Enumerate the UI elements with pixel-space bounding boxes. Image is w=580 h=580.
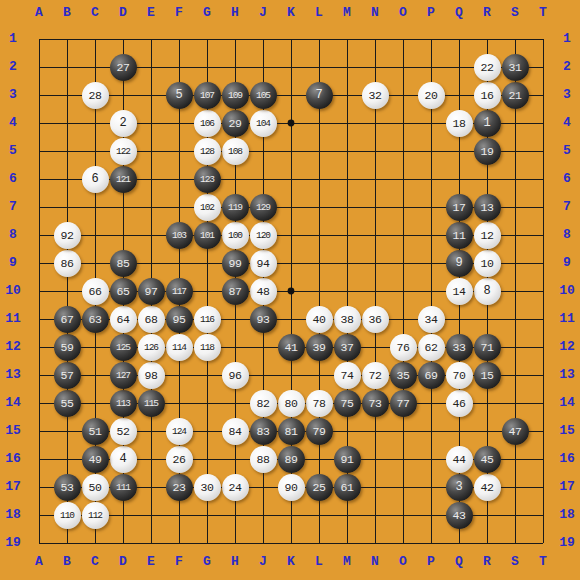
row-label-left-16: 16 <box>0 451 27 467</box>
stone-black-125-D12: 125 <box>110 334 137 361</box>
stone-black-119-H7: 119 <box>222 194 249 221</box>
stone-white-18-Q4: 18 <box>446 110 473 137</box>
stone-black-43-Q18: 43 <box>446 502 473 529</box>
stone-white-72-N13: 72 <box>362 362 389 389</box>
row-label-right-9: 9 <box>553 255 580 271</box>
stone-white-12-R8: 12 <box>474 222 501 249</box>
stone-black-13-R7: 13 <box>474 194 501 221</box>
stone-white-126-E12: 126 <box>138 334 165 361</box>
stone-black-67-B11: 67 <box>54 306 81 333</box>
stone-white-124-F15: 124 <box>166 418 193 445</box>
row-label-left-12: 12 <box>0 339 27 355</box>
row-label-left-8: 8 <box>0 227 27 243</box>
stone-black-51-C15: 51 <box>82 418 109 445</box>
stone-black-99-H9: 99 <box>222 250 249 277</box>
row-label-right-14: 14 <box>553 395 580 411</box>
row-label-right-10: 10 <box>553 283 580 299</box>
row-label-left-5: 5 <box>0 143 27 159</box>
stone-white-2-D4: 2 <box>110 110 137 137</box>
stone-black-23-F17: 23 <box>166 474 193 501</box>
row-label-left-6: 6 <box>0 171 27 187</box>
col-label-top-E: E <box>137 5 165 21</box>
row-label-right-7: 7 <box>553 199 580 215</box>
stone-black-129-J7: 129 <box>250 194 277 221</box>
stone-black-117-F10: 117 <box>166 278 193 305</box>
col-label-top-A: A <box>25 5 53 21</box>
stone-white-102-G7: 102 <box>194 194 221 221</box>
stone-black-1-R4: 1 <box>474 110 501 137</box>
stone-black-21-S3: 21 <box>502 82 529 109</box>
stone-black-57-B13: 57 <box>54 362 81 389</box>
stone-black-107-G3: 107 <box>194 82 221 109</box>
stone-black-95-F11: 95 <box>166 306 193 333</box>
row-label-right-15: 15 <box>553 423 580 439</box>
stone-white-24-H17: 24 <box>222 474 249 501</box>
row-label-right-1: 1 <box>553 31 580 47</box>
stone-black-63-C11: 63 <box>82 306 109 333</box>
row-label-left-2: 2 <box>0 59 27 75</box>
stone-white-42-R17: 42 <box>474 474 501 501</box>
stone-white-90-K17: 90 <box>278 474 305 501</box>
row-label-left-19: 19 <box>0 535 27 551</box>
stone-black-53-B17: 53 <box>54 474 81 501</box>
col-label-top-L: L <box>305 5 333 21</box>
row-label-right-12: 12 <box>553 339 580 355</box>
stone-white-94-J9: 94 <box>250 250 277 277</box>
col-label-top-K: K <box>277 5 305 21</box>
stone-white-4-D16: 4 <box>110 446 137 473</box>
stone-black-55-B14: 55 <box>54 390 81 417</box>
col-label-top-O: O <box>389 5 417 21</box>
stone-white-88-J16: 88 <box>250 446 277 473</box>
row-label-left-1: 1 <box>0 31 27 47</box>
stone-white-32-N3: 32 <box>362 82 389 109</box>
stone-white-48-J10: 48 <box>250 278 277 305</box>
stone-black-93-J11: 93 <box>250 306 277 333</box>
stone-black-123-G6: 123 <box>194 166 221 193</box>
stone-white-30-G17: 30 <box>194 474 221 501</box>
go-board: ABCDEFGHJKLMNOPQRST ABCDEFGHJKLMNOPQRST … <box>0 0 580 580</box>
col-label-top-G: G <box>193 5 221 21</box>
col-label-top-P: P <box>417 5 445 21</box>
stone-black-15-R13: 15 <box>474 362 501 389</box>
stone-black-65-D10: 65 <box>110 278 137 305</box>
row-label-right-8: 8 <box>553 227 580 243</box>
stone-black-69-P13: 69 <box>418 362 445 389</box>
stone-white-14-Q10: 14 <box>446 278 473 305</box>
stone-white-104-J4: 104 <box>250 110 277 137</box>
stone-white-50-C17: 50 <box>82 474 109 501</box>
stone-black-35-O13: 35 <box>390 362 417 389</box>
stone-black-77-O14: 77 <box>390 390 417 417</box>
stone-black-113-D14: 113 <box>110 390 137 417</box>
stone-white-8-R10: 8 <box>474 278 501 305</box>
col-label-top-R: R <box>473 5 501 21</box>
stone-black-103-F8: 103 <box>166 222 193 249</box>
col-label-top-J: J <box>249 5 277 21</box>
row-label-right-17: 17 <box>553 479 580 495</box>
stone-white-28-C3: 28 <box>82 82 109 109</box>
row-label-left-3: 3 <box>0 87 27 103</box>
stone-black-79-L15: 79 <box>306 418 333 445</box>
col-label-top-T: T <box>529 5 557 21</box>
stone-white-68-E11: 68 <box>138 306 165 333</box>
stone-white-82-J14: 82 <box>250 390 277 417</box>
stone-white-80-K14: 80 <box>278 390 305 417</box>
stone-white-34-P11: 34 <box>418 306 445 333</box>
stone-black-47-S15: 47 <box>502 418 529 445</box>
row-label-left-10: 10 <box>0 283 27 299</box>
col-label-top-N: N <box>361 5 389 21</box>
stone-white-70-Q13: 70 <box>446 362 473 389</box>
stone-white-46-Q14: 46 <box>446 390 473 417</box>
stone-white-52-D15: 52 <box>110 418 137 445</box>
stone-black-109-H3: 109 <box>222 82 249 109</box>
stone-white-128-G5: 128 <box>194 138 221 165</box>
stone-white-86-B9: 86 <box>54 250 81 277</box>
row-label-right-11: 11 <box>553 311 580 327</box>
row-label-left-18: 18 <box>0 507 27 523</box>
row-label-right-6: 6 <box>553 171 580 187</box>
stone-black-105-J3: 105 <box>250 82 277 109</box>
stone-white-110-B18: 110 <box>54 502 81 529</box>
stone-white-64-D11: 64 <box>110 306 137 333</box>
stone-black-81-K15: 81 <box>278 418 305 445</box>
stone-white-108-H5: 108 <box>222 138 249 165</box>
stone-black-73-N14: 73 <box>362 390 389 417</box>
stone-black-17-Q7: 17 <box>446 194 473 221</box>
stone-white-120-J8: 120 <box>250 222 277 249</box>
stone-black-31-S2: 31 <box>502 54 529 81</box>
row-label-left-7: 7 <box>0 199 27 215</box>
row-label-right-3: 3 <box>553 87 580 103</box>
row-label-right-19: 19 <box>553 535 580 551</box>
stone-white-84-H15: 84 <box>222 418 249 445</box>
stones-layer: 1234567891011121314151617181920212223242… <box>25 25 557 557</box>
col-label-top-C: C <box>81 5 109 21</box>
stone-white-26-F16: 26 <box>166 446 193 473</box>
stone-white-40-L11: 40 <box>306 306 333 333</box>
stone-white-36-N11: 36 <box>362 306 389 333</box>
row-label-right-18: 18 <box>553 507 580 523</box>
col-label-top-Q: Q <box>445 5 473 21</box>
stone-white-62-P12: 62 <box>418 334 445 361</box>
stone-black-121-D6: 121 <box>110 166 137 193</box>
stone-white-66-C10: 66 <box>82 278 109 305</box>
stone-black-61-M17: 61 <box>334 474 361 501</box>
stone-white-78-L14: 78 <box>306 390 333 417</box>
stone-black-75-M14: 75 <box>334 390 361 417</box>
stone-white-114-F12: 114 <box>166 334 193 361</box>
row-label-right-4: 4 <box>553 115 580 131</box>
stone-black-49-C16: 49 <box>82 446 109 473</box>
stone-black-19-R5: 19 <box>474 138 501 165</box>
row-label-left-17: 17 <box>0 479 27 495</box>
col-label-top-D: D <box>109 5 137 21</box>
stone-white-118-G12: 118 <box>194 334 221 361</box>
stone-black-71-R12: 71 <box>474 334 501 361</box>
stone-black-101-G8: 101 <box>194 222 221 249</box>
stone-black-7-L3: 7 <box>306 82 333 109</box>
stone-black-25-L17: 25 <box>306 474 333 501</box>
stone-white-106-G4: 106 <box>194 110 221 137</box>
stone-black-91-M16: 91 <box>334 446 361 473</box>
stone-black-115-E14: 115 <box>138 390 165 417</box>
stone-white-38-M11: 38 <box>334 306 361 333</box>
row-label-right-13: 13 <box>553 367 580 383</box>
stone-white-22-R2: 22 <box>474 54 501 81</box>
row-label-left-15: 15 <box>0 423 27 439</box>
stone-black-85-D9: 85 <box>110 250 137 277</box>
stone-white-20-P3: 20 <box>418 82 445 109</box>
row-label-left-4: 4 <box>0 115 27 131</box>
row-label-left-9: 9 <box>0 255 27 271</box>
stone-black-9-Q9: 9 <box>446 250 473 277</box>
stone-white-76-O12: 76 <box>390 334 417 361</box>
row-label-right-5: 5 <box>553 143 580 159</box>
stone-white-6-C6: 6 <box>82 166 109 193</box>
stone-black-33-Q12: 33 <box>446 334 473 361</box>
row-label-left-11: 11 <box>0 311 27 327</box>
stone-white-16-R3: 16 <box>474 82 501 109</box>
stone-white-10-R9: 10 <box>474 250 501 277</box>
row-label-left-13: 13 <box>0 367 27 383</box>
stone-white-98-E13: 98 <box>138 362 165 389</box>
stone-black-45-R16: 45 <box>474 446 501 473</box>
stone-white-112-C18: 112 <box>82 502 109 529</box>
stone-white-100-H8: 100 <box>222 222 249 249</box>
stone-black-87-H10: 87 <box>222 278 249 305</box>
stone-white-96-H13: 96 <box>222 362 249 389</box>
row-label-right-16: 16 <box>553 451 580 467</box>
stone-black-111-D17: 111 <box>110 474 137 501</box>
stone-white-44-Q16: 44 <box>446 446 473 473</box>
stone-black-11-Q8: 11 <box>446 222 473 249</box>
stone-black-37-M12: 37 <box>334 334 361 361</box>
stone-black-3-Q17: 3 <box>446 474 473 501</box>
stone-black-127-D13: 127 <box>110 362 137 389</box>
col-label-top-F: F <box>165 5 193 21</box>
stone-black-41-K12: 41 <box>278 334 305 361</box>
stone-black-39-L12: 39 <box>306 334 333 361</box>
col-label-top-M: M <box>333 5 361 21</box>
stone-black-89-K16: 89 <box>278 446 305 473</box>
row-label-right-2: 2 <box>553 59 580 75</box>
stone-black-97-E10: 97 <box>138 278 165 305</box>
stone-white-122-D5: 122 <box>110 138 137 165</box>
stone-white-74-M13: 74 <box>334 362 361 389</box>
stone-black-83-J15: 83 <box>250 418 277 445</box>
stone-white-116-G11: 116 <box>194 306 221 333</box>
stone-white-92-B8: 92 <box>54 222 81 249</box>
stone-black-5-F3: 5 <box>166 82 193 109</box>
col-label-top-H: H <box>221 5 249 21</box>
row-label-left-14: 14 <box>0 395 27 411</box>
stone-black-29-H4: 29 <box>222 110 249 137</box>
stone-black-27-D2: 27 <box>110 54 137 81</box>
stone-black-59-B12: 59 <box>54 334 81 361</box>
col-label-top-B: B <box>53 5 81 21</box>
col-label-top-S: S <box>501 5 529 21</box>
